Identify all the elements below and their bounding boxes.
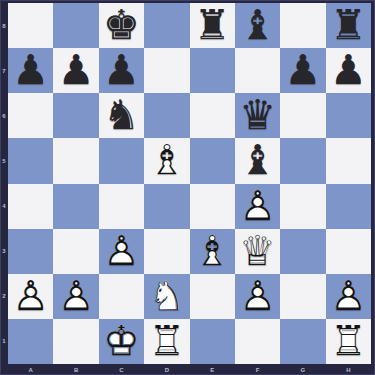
file-label-h: H (326, 364, 371, 375)
black-pawn[interactable]: ♟ (280, 48, 325, 93)
file-label-e: E (190, 364, 235, 375)
white-bishop-outline: ♗ (190, 229, 235, 274)
rank-label-8: 8 (0, 3, 8, 48)
square-f2[interactable]: ♟♙ (235, 274, 280, 319)
square-b7[interactable]: ♟ (53, 48, 98, 93)
square-h4[interactable] (326, 184, 371, 229)
white-bishop[interactable]: ♝ (144, 138, 189, 183)
square-g2[interactable] (280, 274, 325, 319)
file-label-g: G (280, 364, 325, 375)
square-c1[interactable]: ♚♔ (99, 319, 144, 364)
square-c8[interactable]: ♚ (99, 3, 144, 48)
square-d4[interactable] (144, 184, 189, 229)
chess-board-frame: ♚♜♝♜♟♟♟♟♟♞♛♝♗♝♟♙♟♙♝♗♛♕♟♙♟♙♞♘♟♙♟♙♚♔♜♖♜♖ 8… (0, 0, 375, 375)
square-d3[interactable] (144, 229, 189, 274)
square-c5[interactable] (99, 138, 144, 183)
square-f7[interactable] (235, 48, 280, 93)
square-e4[interactable] (190, 184, 235, 229)
square-b4[interactable] (53, 184, 98, 229)
white-pawn[interactable]: ♟ (99, 229, 144, 274)
rank-label-3: 3 (0, 229, 8, 274)
black-pawn[interactable]: ♟ (53, 48, 98, 93)
square-e6[interactable] (190, 93, 235, 138)
white-pawn-outline: ♙ (53, 274, 98, 319)
rank-label-6: 6 (0, 93, 8, 138)
black-pawn[interactable]: ♟ (8, 48, 53, 93)
file-label-f: F (235, 364, 280, 375)
white-rook[interactable]: ♜ (326, 319, 371, 364)
white-queen[interactable]: ♛ (235, 229, 280, 274)
square-g5[interactable] (280, 138, 325, 183)
square-h8[interactable]: ♜ (326, 3, 371, 48)
square-d5[interactable]: ♝♗ (144, 138, 189, 183)
square-f5[interactable]: ♝ (235, 138, 280, 183)
white-pawn[interactable]: ♟ (8, 274, 53, 319)
rank-label-7: 7 (0, 48, 8, 93)
square-g7[interactable]: ♟ (280, 48, 325, 93)
square-a5[interactable] (8, 138, 53, 183)
white-pawn-outline: ♙ (235, 184, 280, 229)
chess-board[interactable]: ♚♜♝♜♟♟♟♟♟♞♛♝♗♝♟♙♟♙♝♗♛♕♟♙♟♙♞♘♟♙♟♙♚♔♜♖♜♖ (8, 3, 371, 364)
square-h6[interactable] (326, 93, 371, 138)
rank-label-4: 4 (0, 184, 8, 229)
square-e8[interactable]: ♜ (190, 3, 235, 48)
square-a4[interactable] (8, 184, 53, 229)
square-a8[interactable] (8, 3, 53, 48)
square-b6[interactable] (53, 93, 98, 138)
black-rook[interactable]: ♜ (326, 3, 371, 48)
square-d2[interactable]: ♞♘ (144, 274, 189, 319)
square-d7[interactable] (144, 48, 189, 93)
square-d8[interactable] (144, 3, 189, 48)
white-pawn[interactable]: ♟ (235, 274, 280, 319)
square-d6[interactable] (144, 93, 189, 138)
square-b3[interactable] (53, 229, 98, 274)
square-a3[interactable] (8, 229, 53, 274)
white-pawn-outline: ♙ (326, 274, 371, 319)
square-b8[interactable] (53, 3, 98, 48)
square-a2[interactable]: ♟♙ (8, 274, 53, 319)
square-g4[interactable] (280, 184, 325, 229)
square-a1[interactable] (8, 319, 53, 364)
file-label-a: A (8, 364, 53, 375)
black-pawn[interactable]: ♟ (99, 48, 144, 93)
white-pawn[interactable]: ♟ (326, 274, 371, 319)
white-king-outline: ♔ (99, 319, 144, 364)
square-e2[interactable] (190, 274, 235, 319)
file-label-c: C (99, 364, 144, 375)
square-f8[interactable]: ♝ (235, 3, 280, 48)
black-queen[interactable]: ♛ (235, 93, 280, 138)
square-a6[interactable] (8, 93, 53, 138)
black-bishop[interactable]: ♝ (235, 138, 280, 183)
square-d1[interactable]: ♜♖ (144, 319, 189, 364)
square-e3[interactable]: ♝♗ (190, 229, 235, 274)
white-pawn-outline: ♙ (235, 274, 280, 319)
black-king[interactable]: ♚ (99, 3, 144, 48)
black-pawn[interactable]: ♟ (326, 48, 371, 93)
white-queen-outline: ♕ (235, 229, 280, 274)
white-rook-outline: ♖ (144, 319, 189, 364)
square-f6[interactable]: ♛ (235, 93, 280, 138)
square-b1[interactable] (53, 319, 98, 364)
square-g6[interactable] (280, 93, 325, 138)
file-label-d: D (144, 364, 189, 375)
square-g3[interactable] (280, 229, 325, 274)
square-h2[interactable]: ♟♙ (326, 274, 371, 319)
white-pawn-outline: ♙ (99, 229, 144, 274)
square-g8[interactable] (280, 3, 325, 48)
square-f4[interactable]: ♟♙ (235, 184, 280, 229)
square-e5[interactable] (190, 138, 235, 183)
square-b2[interactable]: ♟♙ (53, 274, 98, 319)
white-pawn[interactable]: ♟ (53, 274, 98, 319)
square-g1[interactable] (280, 319, 325, 364)
white-pawn-outline: ♙ (8, 274, 53, 319)
rank-label-2: 2 (0, 274, 8, 319)
rank-label-5: 5 (0, 138, 8, 183)
square-f3[interactable]: ♛♕ (235, 229, 280, 274)
square-a7[interactable]: ♟ (8, 48, 53, 93)
square-h5[interactable] (326, 138, 371, 183)
square-h3[interactable] (326, 229, 371, 274)
square-c2[interactable] (99, 274, 144, 319)
white-rook-outline: ♖ (326, 319, 371, 364)
white-knight[interactable]: ♞ (144, 274, 189, 319)
square-c6[interactable]: ♞ (99, 93, 144, 138)
black-bishop[interactable]: ♝ (235, 3, 280, 48)
white-king[interactable]: ♚ (99, 319, 144, 364)
square-c7[interactable]: ♟ (99, 48, 144, 93)
white-knight-outline: ♘ (144, 274, 189, 319)
square-h7[interactable]: ♟ (326, 48, 371, 93)
square-e1[interactable] (190, 319, 235, 364)
white-bishop[interactable]: ♝ (190, 229, 235, 274)
black-rook[interactable]: ♜ (190, 3, 235, 48)
white-pawn[interactable]: ♟ (235, 184, 280, 229)
rank-label-1: 1 (0, 319, 8, 364)
black-knight[interactable]: ♞ (99, 93, 144, 138)
white-bishop-outline: ♗ (144, 138, 189, 183)
square-h1[interactable]: ♜♖ (326, 319, 371, 364)
square-c4[interactable] (99, 184, 144, 229)
square-f1[interactable] (235, 319, 280, 364)
square-e7[interactable] (190, 48, 235, 93)
file-label-b: B (53, 364, 98, 375)
square-b5[interactable] (53, 138, 98, 183)
square-c3[interactable]: ♟♙ (99, 229, 144, 274)
white-rook[interactable]: ♜ (144, 319, 189, 364)
